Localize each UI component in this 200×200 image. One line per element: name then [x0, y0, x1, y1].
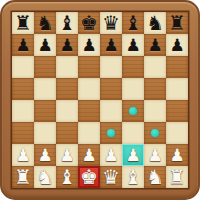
white-pawn-piece: ♟	[81, 144, 96, 166]
chess-board: ♜♞♝♚♛♝♞♜♟♟♟♟♟♟♟♟♟♟♟♟♟♟♟♟♜♞♝♚♛♝♞♜	[12, 12, 188, 188]
square-g4[interactable]	[144, 100, 166, 122]
square-a2[interactable]: ♟	[12, 144, 34, 166]
legal-move-dot	[129, 107, 137, 115]
square-h3[interactable]	[166, 122, 188, 144]
square-a1[interactable]: ♜	[12, 166, 34, 188]
square-g7[interactable]: ♟	[144, 34, 166, 56]
white-king-piece: ♚	[80, 166, 98, 188]
square-c6[interactable]	[56, 56, 78, 78]
square-b8[interactable]: ♞	[34, 12, 56, 34]
square-e1[interactable]: ♛	[100, 166, 122, 188]
square-b6[interactable]	[34, 56, 56, 78]
square-c2[interactable]: ♟	[56, 144, 78, 166]
black-rook-piece: ♜	[14, 12, 32, 34]
white-pawn-piece: ♟	[103, 144, 118, 166]
square-g8[interactable]: ♞	[144, 12, 166, 34]
black-pawn-piece: ♟	[147, 34, 162, 56]
square-g2[interactable]: ♟	[144, 144, 166, 166]
square-f5[interactable]	[122, 78, 144, 100]
white-pawn-piece: ♟	[125, 144, 140, 166]
white-bishop-piece: ♝	[124, 166, 142, 188]
white-pawn-piece: ♟	[147, 144, 162, 166]
square-b7[interactable]: ♟	[34, 34, 56, 56]
white-pawn-piece: ♟	[169, 144, 184, 166]
square-a8[interactable]: ♜	[12, 12, 34, 34]
square-f7[interactable]: ♟	[122, 34, 144, 56]
square-c4[interactable]	[56, 100, 78, 122]
square-b1[interactable]: ♞	[34, 166, 56, 188]
square-c1[interactable]: ♝	[56, 166, 78, 188]
black-rook-piece: ♜	[168, 12, 186, 34]
square-g5[interactable]	[144, 78, 166, 100]
black-pawn-piece: ♟	[15, 34, 30, 56]
square-e7[interactable]: ♟	[100, 34, 122, 56]
square-h7[interactable]: ♟	[166, 34, 188, 56]
black-pawn-piece: ♟	[37, 34, 52, 56]
square-h1[interactable]: ♜	[166, 166, 188, 188]
square-c3[interactable]	[56, 122, 78, 144]
square-f3[interactable]	[122, 122, 144, 144]
square-f8[interactable]: ♝	[122, 12, 144, 34]
square-e3[interactable]	[100, 122, 122, 144]
square-a7[interactable]: ♟	[12, 34, 34, 56]
square-d1[interactable]: ♚	[78, 166, 100, 188]
square-d5[interactable]	[78, 78, 100, 100]
black-queen-piece: ♛	[102, 12, 120, 34]
black-king-piece: ♚	[80, 12, 98, 34]
black-knight-piece: ♞	[36, 12, 54, 34]
square-b5[interactable]	[34, 78, 56, 100]
black-pawn-piece: ♟	[81, 34, 96, 56]
black-knight-piece: ♞	[146, 12, 164, 34]
square-g1[interactable]: ♞	[144, 166, 166, 188]
square-a3[interactable]	[12, 122, 34, 144]
square-f1[interactable]: ♝	[122, 166, 144, 188]
black-bishop-piece: ♝	[58, 12, 76, 34]
square-d8[interactable]: ♚	[78, 12, 100, 34]
square-c7[interactable]: ♟	[56, 34, 78, 56]
square-d3[interactable]	[78, 122, 100, 144]
square-a4[interactable]	[12, 100, 34, 122]
square-h8[interactable]: ♜	[166, 12, 188, 34]
square-f2[interactable]: ♟	[122, 144, 144, 166]
white-pawn-piece: ♟	[15, 144, 30, 166]
square-c8[interactable]: ♝	[56, 12, 78, 34]
square-c5[interactable]	[56, 78, 78, 100]
square-a6[interactable]	[12, 56, 34, 78]
square-d4[interactable]	[78, 100, 100, 122]
square-e6[interactable]	[100, 56, 122, 78]
square-b3[interactable]	[34, 122, 56, 144]
square-g6[interactable]	[144, 56, 166, 78]
square-e2[interactable]: ♟	[100, 144, 122, 166]
square-b4[interactable]	[34, 100, 56, 122]
square-h2[interactable]: ♟	[166, 144, 188, 166]
legal-move-dot	[151, 129, 159, 137]
white-rook-piece: ♜	[14, 166, 32, 188]
white-pawn-piece: ♟	[59, 144, 74, 166]
square-e4[interactable]	[100, 100, 122, 122]
square-a5[interactable]	[12, 78, 34, 100]
white-pawn-piece: ♟	[37, 144, 52, 166]
square-h4[interactable]	[166, 100, 188, 122]
white-knight-piece: ♞	[146, 166, 164, 188]
square-g3[interactable]	[144, 122, 166, 144]
black-pawn-piece: ♟	[169, 34, 184, 56]
chess-app-screen: ♜♞♝♚♛♝♞♜♟♟♟♟♟♟♟♟♟♟♟♟♟♟♟♟♜♞♝♚♛♝♞♜	[0, 0, 200, 200]
square-d6[interactable]	[78, 56, 100, 78]
square-f4[interactable]	[122, 100, 144, 122]
white-knight-piece: ♞	[36, 166, 54, 188]
square-h6[interactable]	[166, 56, 188, 78]
square-d7[interactable]: ♟	[78, 34, 100, 56]
black-pawn-piece: ♟	[125, 34, 140, 56]
white-bishop-piece: ♝	[58, 166, 76, 188]
white-queen-piece: ♛	[102, 166, 120, 188]
white-rook-piece: ♜	[168, 166, 186, 188]
square-e5[interactable]	[100, 78, 122, 100]
legal-move-dot	[107, 129, 115, 137]
black-pawn-piece: ♟	[103, 34, 118, 56]
square-b2[interactable]: ♟	[34, 144, 56, 166]
black-bishop-piece: ♝	[124, 12, 142, 34]
square-d2[interactable]: ♟	[78, 144, 100, 166]
square-f6[interactable]	[122, 56, 144, 78]
square-e8[interactable]: ♛	[100, 12, 122, 34]
square-h5[interactable]	[166, 78, 188, 100]
black-pawn-piece: ♟	[59, 34, 74, 56]
